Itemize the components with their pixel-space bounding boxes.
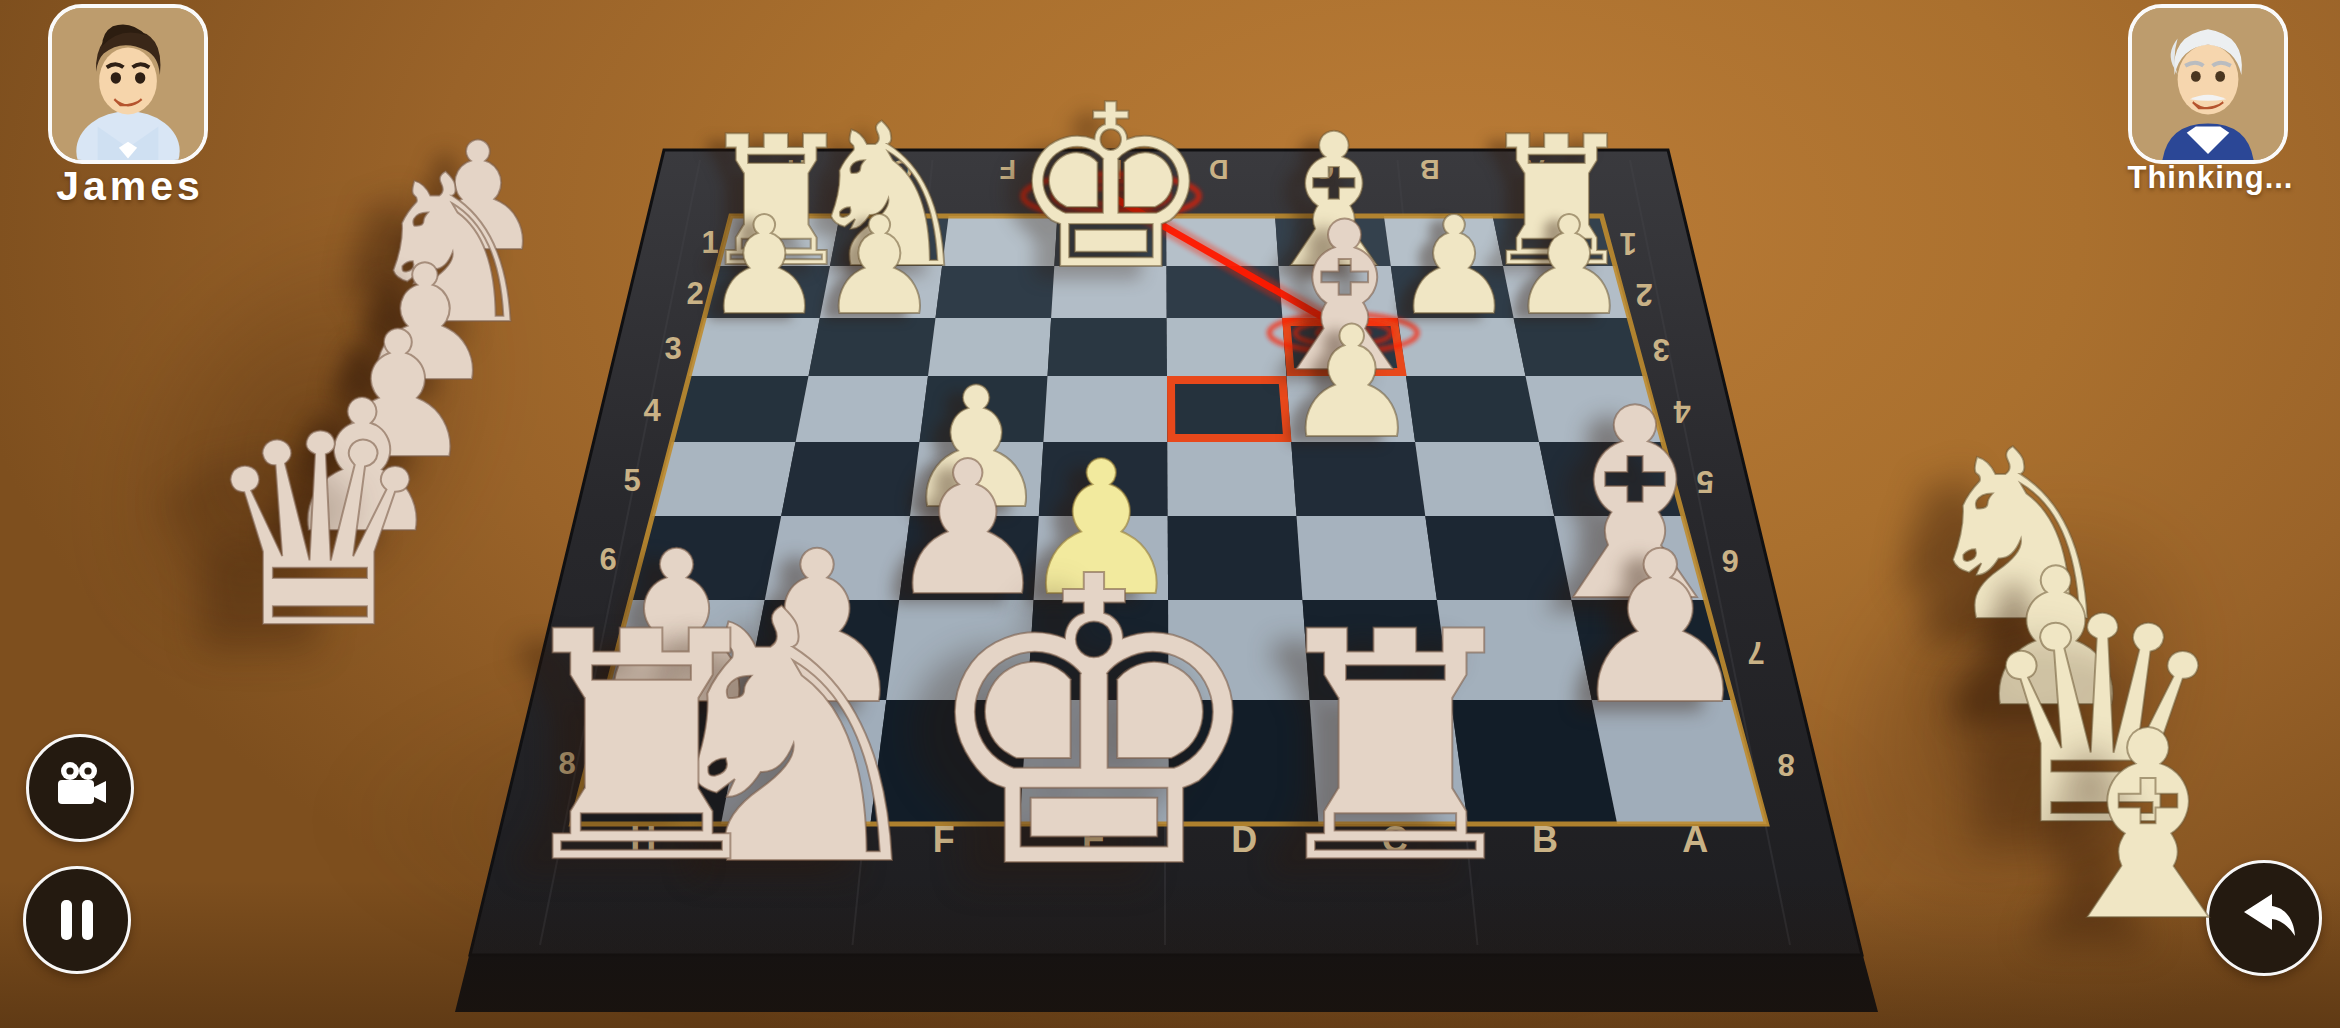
piece-black-P-a7[interactable]: ♟ xyxy=(1566,524,1754,734)
captured-white-B-3[interactable]: ♝ xyxy=(2031,697,2264,957)
piece-white-P-g2[interactable]: ♟ xyxy=(818,199,940,335)
square-h5[interactable] xyxy=(652,442,795,516)
piece-black-K-e8[interactable]: ♚ xyxy=(916,527,1272,924)
piece-white-K-e1[interactable]: ♚ xyxy=(1010,76,1212,301)
frame-bottom-face xyxy=(455,952,1878,1012)
piece-white-P-a2[interactable]: ♟ xyxy=(1508,199,1630,335)
right-player-avatar[interactable] xyxy=(2128,4,2288,164)
right-rank-label-2: 2 xyxy=(1635,277,1652,312)
square-e3[interactable] xyxy=(1048,318,1168,376)
near-file-label-A: A xyxy=(1682,819,1708,860)
square-h4[interactable] xyxy=(672,376,809,442)
pause-button[interactable] xyxy=(23,866,131,974)
captured-black-Q-5[interactable]: ♛ xyxy=(201,400,439,665)
right-rank-label-8: 8 xyxy=(1777,747,1794,782)
right-player-status: Thinking... xyxy=(2108,160,2313,196)
young-man-avatar-icon xyxy=(52,8,204,160)
old-man-avatar-icon xyxy=(2132,8,2284,160)
far-file-label-D: D xyxy=(1209,154,1229,184)
piece-white-P-h2[interactable]: ♟ xyxy=(703,199,825,335)
left-rank-label-5: 5 xyxy=(623,463,640,498)
piece-white-P-c4[interactable]: ♟ xyxy=(1283,306,1421,460)
piece-black-R-c8[interactable]: ♜ xyxy=(1254,592,1537,908)
pause-icon xyxy=(45,888,109,952)
left-player-name: James xyxy=(20,163,240,210)
camera-button[interactable] xyxy=(26,734,134,842)
left-rank-label-3: 3 xyxy=(664,331,681,366)
piece-black-R-h8[interactable]: ♜ xyxy=(500,592,783,908)
left-player-avatar[interactable] xyxy=(48,4,208,164)
left-rank-label-4: 4 xyxy=(643,393,661,428)
video-camera-icon xyxy=(48,756,112,820)
